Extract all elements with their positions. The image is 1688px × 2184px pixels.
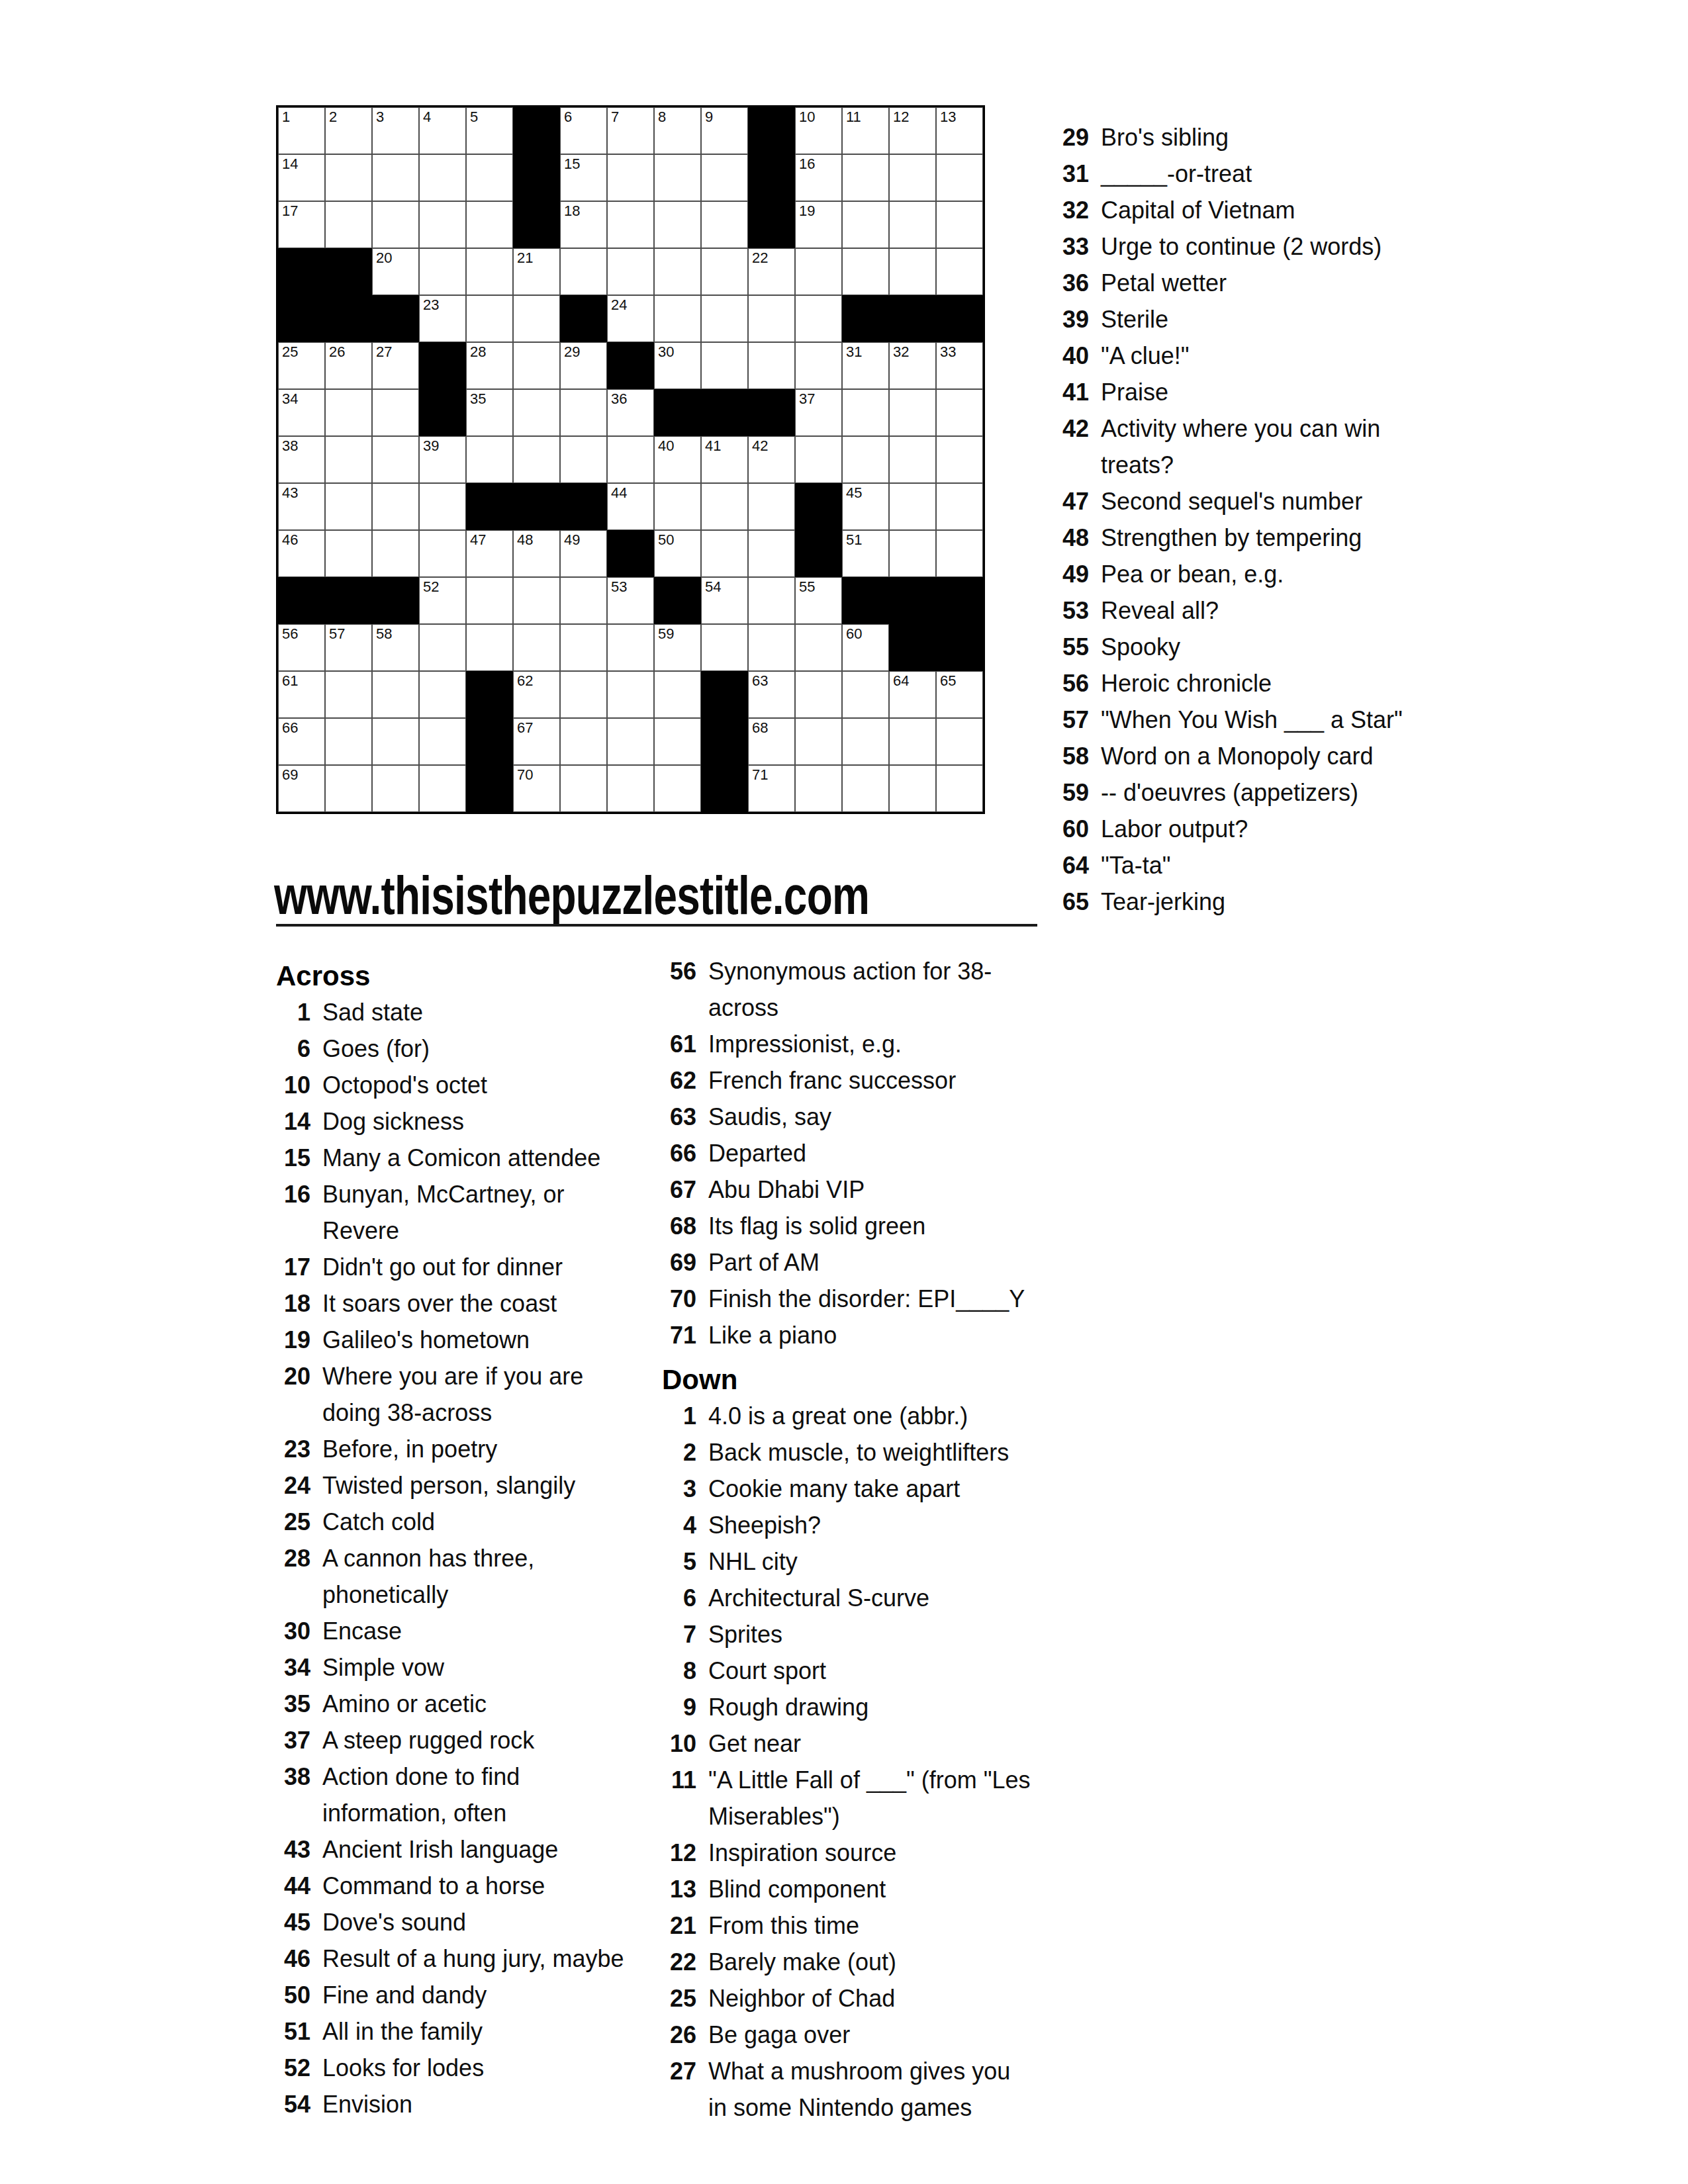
letter-cell[interactable] [372,436,419,483]
clue-down-48: 48Strengthen by tempering [1055,520,1415,556]
letter-cell[interactable]: 69 [278,765,325,812]
clue-text: Action done to find information, often [322,1758,630,1831]
letter-cell[interactable] [842,718,889,765]
cell-number: 17 [282,203,298,219]
letter-cell[interactable] [889,389,936,436]
clue-across-66: 66Departed [662,1135,1033,1171]
letter-cell[interactable] [889,765,936,812]
letter-cell[interactable] [607,671,654,718]
clue-down-13: 13Blind component [662,1871,1033,1907]
letter-cell[interactable] [560,248,607,295]
letter-cell[interactable]: 42 [748,436,795,483]
letter-cell[interactable] [842,765,889,812]
letter-cell[interactable] [607,436,654,483]
letter-cell[interactable] [654,248,701,295]
letter-cell[interactable] [419,201,466,248]
letter-cell[interactable]: 58 [372,624,419,671]
cell-number: 38 [282,438,298,454]
clue-down-21: 21From this time [662,1907,1033,1944]
clue-down-47: 47Second sequel's number [1055,483,1415,520]
clue-down-49: 49Pea or bean, e.g. [1055,556,1415,592]
letter-cell[interactable] [748,530,795,577]
letter-cell[interactable] [325,671,372,718]
clue-text: Many a Comicon attendee [322,1140,630,1176]
across-end-and-down-clues-column: 56Synonymous action for 38-across61Impre… [662,953,1033,2126]
cell-number: 18 [564,203,580,219]
letter-cell[interactable] [842,201,889,248]
letter-cell[interactable] [372,530,419,577]
letter-cell[interactable]: 33 [936,342,983,389]
letter-cell[interactable] [325,154,372,201]
letter-cell[interactable] [936,765,983,812]
letter-cell[interactable]: 1 [278,107,325,154]
letter-cell[interactable]: 43 [278,483,325,530]
letter-cell[interactable] [325,436,372,483]
letter-cell[interactable]: 50 [654,530,701,577]
clue-number: 38 [276,1758,310,1795]
letter-cell[interactable]: 70 [513,765,560,812]
letter-cell[interactable] [701,342,748,389]
letter-cell[interactable]: 5 [466,107,513,154]
letter-cell[interactable] [654,483,701,530]
clue-text: Strengthen by tempering [1101,520,1415,556]
cell-number: 52 [423,579,439,595]
letter-cell[interactable] [466,295,513,342]
clue-down-26: 26Be gaga over [662,2017,1033,2053]
letter-cell[interactable]: 18 [560,201,607,248]
letter-cell[interactable] [748,295,795,342]
letter-cell[interactable]: 14 [278,154,325,201]
letter-cell[interactable] [936,530,983,577]
clue-text: Command to a horse [322,1868,630,1904]
letter-cell[interactable] [466,577,513,624]
letter-cell[interactable] [513,577,560,624]
letter-cell[interactable] [748,624,795,671]
letter-cell[interactable] [842,248,889,295]
letter-cell[interactable]: 61 [278,671,325,718]
letter-cell[interactable] [936,201,983,248]
letter-cell[interactable]: 13 [936,107,983,154]
letter-cell[interactable]: 48 [513,530,560,577]
letter-cell[interactable] [889,436,936,483]
block-cell [513,201,560,248]
clue-text: Pea or bean, e.g. [1101,556,1415,592]
clue-across-45: 45Dove's sound [276,1904,630,1940]
cell-number: 51 [846,532,862,548]
clue-number: 24 [276,1467,310,1504]
letter-cell[interactable] [748,342,795,389]
letter-cell[interactable]: 53 [607,577,654,624]
letter-cell[interactable]: 71 [748,765,795,812]
letter-cell[interactable] [748,483,795,530]
letter-cell[interactable] [372,718,419,765]
across-clues-column: Across1Sad state6Goes (for)10Octopod's o… [276,958,630,2122]
letter-cell[interactable]: 49 [560,530,607,577]
clue-number: 68 [662,1208,696,1244]
letter-cell[interactable]: 4 [419,107,466,154]
letter-cell[interactable] [560,718,607,765]
letter-cell[interactable]: 24 [607,295,654,342]
letter-cell[interactable]: 46 [278,530,325,577]
letter-cell[interactable] [325,765,372,812]
letter-cell[interactable]: 40 [654,436,701,483]
clue-number: 66 [662,1135,696,1171]
block-cell [748,154,795,201]
letter-cell[interactable]: 56 [278,624,325,671]
cell-number: 63 [752,673,768,689]
clue-down-39: 39Sterile [1055,301,1415,338]
letter-cell[interactable]: 31 [842,342,889,389]
letter-cell[interactable] [701,295,748,342]
letter-cell[interactable]: 65 [936,671,983,718]
cell-number: 42 [752,438,768,454]
letter-cell[interactable] [654,295,701,342]
cell-number: 10 [799,109,815,125]
letter-cell[interactable]: 2 [325,107,372,154]
letter-cell[interactable] [936,154,983,201]
cell-number: 11 [846,109,861,125]
letter-cell[interactable] [936,436,983,483]
cell-number: 34 [282,391,298,407]
letter-cell[interactable] [936,718,983,765]
cell-number: 44 [611,485,627,501]
clue-number: 44 [276,1868,310,1904]
letter-cell[interactable] [936,248,983,295]
cell-number: 12 [893,109,909,125]
clue-text: Its flag is solid green [708,1208,1033,1244]
cell-number: 66 [282,720,298,736]
letter-cell[interactable]: 22 [748,248,795,295]
letter-cell[interactable] [654,765,701,812]
letter-cell[interactable]: 8 [654,107,701,154]
cell-number: 59 [658,626,674,642]
block-cell [795,530,842,577]
letter-cell[interactable] [607,201,654,248]
letter-cell[interactable]: 66 [278,718,325,765]
letter-cell[interactable] [607,154,654,201]
clue-number: 6 [276,1030,310,1067]
letter-cell[interactable]: 64 [889,671,936,718]
letter-cell[interactable] [607,765,654,812]
letter-cell[interactable] [419,671,466,718]
cell-number: 50 [658,532,674,548]
block-cell [889,577,936,624]
cell-number: 15 [564,156,580,172]
letter-cell[interactable] [466,436,513,483]
letter-cell[interactable] [419,248,466,295]
clue-text: Be gaga over [708,2017,1033,2053]
clue-text: Petal wetter [1101,265,1415,301]
clue-number: 35 [276,1686,310,1722]
clue-number: 45 [276,1904,310,1940]
letter-cell[interactable] [372,483,419,530]
letter-cell[interactable] [560,436,607,483]
block-cell [278,248,325,295]
letter-cell[interactable]: 7 [607,107,654,154]
letter-cell[interactable] [889,154,936,201]
clue-number: 37 [276,1722,310,1758]
letter-cell[interactable] [372,389,419,436]
letter-cell[interactable]: 21 [513,248,560,295]
cell-number: 33 [940,344,956,360]
cell-number: 67 [517,720,533,736]
letter-cell[interactable]: 52 [419,577,466,624]
letter-cell[interactable]: 34 [278,389,325,436]
letter-cell[interactable] [701,248,748,295]
cell-number: 16 [799,156,815,172]
letter-cell[interactable] [325,718,372,765]
letter-cell[interactable] [701,201,748,248]
letter-cell[interactable] [889,718,936,765]
clue-text: Architectural S-curve [708,1580,1033,1616]
letter-cell[interactable]: 45 [842,483,889,530]
letter-cell[interactable] [607,624,654,671]
letter-cell[interactable] [701,624,748,671]
cell-number: 54 [705,579,721,595]
clue-across-35: 35Amino or acetic [276,1686,630,1722]
cell-number: 68 [752,720,768,736]
letter-cell[interactable] [372,154,419,201]
clue-number: 9 [662,1689,696,1725]
letter-cell[interactable]: 25 [278,342,325,389]
clue-down-6: 6Architectural S-curve [662,1580,1033,1616]
letter-cell[interactable] [466,248,513,295]
letter-cell[interactable]: 32 [889,342,936,389]
block-cell [889,624,936,671]
letter-cell[interactable] [372,671,419,718]
letter-cell[interactable] [513,342,560,389]
clue-number: 13 [662,1871,696,1907]
letter-cell[interactable] [325,530,372,577]
letter-cell[interactable]: 12 [889,107,936,154]
letter-cell[interactable] [795,436,842,483]
letter-cell[interactable]: 23 [419,295,466,342]
block-cell [701,389,748,436]
block-cell [936,624,983,671]
clue-down-31: 31_____-or-treat [1055,156,1415,192]
letter-cell[interactable]: 35 [466,389,513,436]
letter-cell[interactable]: 67 [513,718,560,765]
clue-number: 36 [1055,265,1089,301]
letter-cell[interactable] [842,154,889,201]
letter-cell[interactable]: 55 [795,577,842,624]
letter-cell[interactable] [889,483,936,530]
letter-cell[interactable]: 30 [654,342,701,389]
letter-cell[interactable]: 9 [701,107,748,154]
clue-number: 62 [662,1062,696,1099]
letter-cell[interactable]: 47 [466,530,513,577]
letter-cell[interactable] [560,671,607,718]
clue-down-4: 4Sheepish? [662,1507,1033,1543]
letter-cell[interactable] [795,624,842,671]
clue-number: 29 [1055,119,1089,156]
letter-cell[interactable] [936,389,983,436]
letter-cell[interactable]: 54 [701,577,748,624]
letter-cell[interactable]: 17 [278,201,325,248]
letter-cell[interactable] [560,389,607,436]
cell-number: 4 [423,109,431,125]
block-cell [607,342,654,389]
cell-number: 14 [282,156,298,172]
clue-across-23: 23Before, in poetry [276,1431,630,1467]
letter-cell[interactable]: 11 [842,107,889,154]
letter-cell[interactable] [795,718,842,765]
clue-number: 63 [662,1099,696,1135]
letter-cell[interactable]: 63 [748,671,795,718]
clue-number: 32 [1055,192,1089,228]
cell-number: 49 [564,532,580,548]
letter-cell[interactable]: 59 [654,624,701,671]
letter-cell[interactable] [654,201,701,248]
letter-cell[interactable] [842,389,889,436]
clue-text: Bunyan, McCartney, or Revere [322,1176,630,1249]
letter-cell[interactable] [842,671,889,718]
letter-cell[interactable] [654,671,701,718]
letter-cell[interactable]: 51 [842,530,889,577]
cell-number: 70 [517,767,533,783]
block-cell [748,107,795,154]
letter-cell[interactable]: 20 [372,248,419,295]
cell-number: 9 [705,109,713,125]
clue-down-22: 22Barely make (out) [662,1944,1033,1980]
letter-cell[interactable]: 3 [372,107,419,154]
letter-cell[interactable]: 62 [513,671,560,718]
letter-cell[interactable] [936,483,983,530]
clue-text: A cannon has three, phonetically [322,1540,630,1613]
block-cell [325,295,372,342]
letter-cell[interactable] [419,765,466,812]
letter-cell[interactable] [419,154,466,201]
letter-cell[interactable] [325,201,372,248]
clue-down-33: 33Urge to continue (2 words) [1055,228,1415,265]
letter-cell[interactable]: 29 [560,342,607,389]
block-cell [513,483,560,530]
letter-cell[interactable] [560,765,607,812]
letter-cell[interactable] [466,154,513,201]
letter-cell[interactable] [842,436,889,483]
clue-across-56: 56Synonymous action for 38-across [662,953,1033,1026]
letter-cell[interactable]: 68 [748,718,795,765]
letter-cell[interactable]: 27 [372,342,419,389]
letter-cell[interactable] [795,765,842,812]
letter-cell[interactable] [419,718,466,765]
cell-number: 24 [611,297,627,313]
letter-cell[interactable] [513,295,560,342]
letter-cell[interactable] [372,765,419,812]
title-underline [276,924,1037,927]
clue-number: 23 [276,1431,310,1467]
letter-cell[interactable] [419,530,466,577]
clue-text: Urge to continue (2 words) [1101,228,1415,265]
letter-cell[interactable] [372,201,419,248]
letter-cell[interactable] [419,483,466,530]
clue-number: 5 [662,1543,696,1580]
clue-down-11: 11"A Little Fall of ___" (from "Les Mise… [662,1762,1033,1835]
letter-cell[interactable]: 39 [419,436,466,483]
cell-number: 19 [799,203,815,219]
letter-cell[interactable] [701,154,748,201]
clue-text: "A clue!" [1101,338,1415,374]
letter-cell[interactable] [795,342,842,389]
clue-text: Didn't go out for dinner [322,1249,630,1285]
letter-cell[interactable] [654,154,701,201]
clue-across-15: 15Many a Comicon attendee [276,1140,630,1176]
letter-cell[interactable]: 26 [325,342,372,389]
clue-text: From this time [708,1907,1033,1944]
clue-down-64: 64"Ta-ta" [1055,847,1415,884]
letter-cell[interactable]: 15 [560,154,607,201]
letter-cell[interactable] [560,624,607,671]
block-cell [372,295,419,342]
letter-cell[interactable]: 44 [607,483,654,530]
letter-cell[interactable] [889,248,936,295]
letter-cell[interactable] [466,201,513,248]
letter-cell[interactable] [607,248,654,295]
cell-number: 40 [658,438,674,454]
clue-down-32: 32Capital of Vietnam [1055,192,1415,228]
letter-cell[interactable]: 19 [795,201,842,248]
letter-cell[interactable] [325,483,372,530]
block-cell [748,389,795,436]
letter-cell[interactable]: 6 [560,107,607,154]
letter-cell[interactable] [795,295,842,342]
clue-number: 57 [1055,702,1089,738]
clue-across-52: 52Looks for lodes [276,2050,630,2086]
clue-down-12: 12Inspiration source [662,1835,1033,1871]
letter-cell[interactable]: 36 [607,389,654,436]
letter-cell[interactable] [889,201,936,248]
clue-number: 49 [1055,556,1089,592]
letter-cell[interactable] [466,624,513,671]
letter-cell[interactable] [513,624,560,671]
letter-cell[interactable] [325,389,372,436]
letter-cell[interactable]: 60 [842,624,889,671]
letter-cell[interactable]: 10 [795,107,842,154]
letter-cell[interactable]: 28 [466,342,513,389]
letter-cell[interactable] [419,624,466,671]
letter-cell[interactable] [701,530,748,577]
cell-number: 69 [282,767,298,783]
block-cell [560,483,607,530]
letter-cell[interactable]: 41 [701,436,748,483]
letter-cell[interactable] [513,389,560,436]
clue-number: 3 [662,1471,696,1507]
letter-cell[interactable]: 37 [795,389,842,436]
letter-cell[interactable]: 16 [795,154,842,201]
letter-cell[interactable] [795,671,842,718]
clue-across-17: 17Didn't go out for dinner [276,1249,630,1285]
letter-cell[interactable] [889,530,936,577]
letter-cell[interactable] [513,436,560,483]
letter-cell[interactable] [654,718,701,765]
clue-text: Rough drawing [708,1689,1033,1725]
block-cell [795,483,842,530]
clue-number: 50 [276,1977,310,2013]
letter-cell[interactable] [607,718,654,765]
letter-cell[interactable] [795,248,842,295]
letter-cell[interactable] [748,577,795,624]
letter-cell[interactable] [560,577,607,624]
block-cell [842,577,889,624]
letter-cell[interactable] [701,483,748,530]
clue-number: 46 [276,1940,310,1977]
letter-cell[interactable]: 57 [325,624,372,671]
clue-number: 53 [1055,592,1089,629]
cell-number: 30 [658,344,674,360]
letter-cell[interactable]: 38 [278,436,325,483]
cell-number: 57 [329,626,345,642]
cell-number: 36 [611,391,627,407]
